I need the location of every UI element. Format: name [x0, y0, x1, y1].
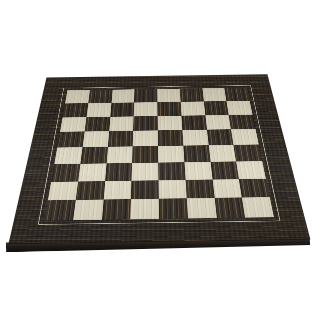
square-d3 [132, 163, 159, 181]
square-d8 [134, 89, 157, 102]
square-d7 [134, 102, 158, 116]
square-f5 [182, 130, 208, 146]
square-h5 [231, 129, 259, 145]
square-f2 [185, 179, 214, 198]
square-f7 [180, 101, 205, 115]
square-e7 [157, 102, 181, 116]
square-f3 [184, 162, 212, 180]
square-b8 [88, 90, 112, 103]
square-e4 [158, 146, 184, 163]
square-f4 [183, 145, 210, 162]
product-photo-backdrop [0, 0, 320, 320]
square-e2 [159, 180, 187, 199]
square-a2 [48, 181, 78, 200]
square-a5 [57, 132, 84, 148]
square-e6 [158, 116, 183, 131]
board-scene [29, 17, 287, 275]
square-f6 [181, 115, 206, 130]
square-b6 [84, 117, 110, 132]
square-f1 [187, 198, 217, 218]
square-g2 [212, 179, 242, 198]
square-h1 [242, 197, 274, 217]
square-d4 [132, 146, 158, 163]
square-a6 [60, 117, 86, 132]
square-b2 [76, 181, 105, 200]
square-h8 [225, 88, 250, 101]
square-e3 [158, 162, 185, 180]
square-a8 [65, 90, 90, 103]
square-c1 [102, 199, 131, 220]
square-e8 [157, 89, 180, 102]
square-f8 [180, 88, 204, 101]
square-h2 [239, 178, 270, 197]
playing-area [44, 88, 274, 221]
square-h7 [227, 101, 253, 115]
square-h6 [229, 114, 256, 129]
square-d2 [131, 180, 159, 199]
square-g4 [208, 145, 236, 162]
square-b5 [82, 131, 108, 147]
square-c7 [110, 102, 134, 116]
square-c3 [105, 163, 132, 181]
square-g6 [205, 115, 231, 130]
square-b7 [86, 103, 111, 117]
square-e5 [158, 130, 183, 146]
square-d5 [133, 130, 158, 146]
square-e1 [159, 198, 188, 218]
square-c8 [111, 89, 135, 102]
square-g1 [214, 198, 245, 218]
square-b1 [73, 200, 103, 221]
square-a3 [51, 164, 80, 182]
square-c6 [109, 116, 134, 131]
square-g3 [210, 161, 239, 179]
square-b3 [78, 163, 106, 181]
square-h4 [234, 145, 263, 162]
square-c4 [106, 146, 133, 163]
square-g7 [204, 101, 229, 115]
square-d6 [133, 116, 157, 131]
square-d1 [130, 199, 159, 219]
square-a4 [54, 147, 82, 164]
square-g5 [207, 129, 234, 145]
square-a1 [44, 200, 75, 221]
chessboard [9, 75, 309, 244]
square-g8 [202, 88, 227, 101]
square-h3 [236, 161, 266, 179]
square-b4 [80, 147, 107, 164]
square-c5 [108, 131, 134, 147]
square-c2 [103, 180, 131, 199]
square-a7 [63, 103, 89, 117]
